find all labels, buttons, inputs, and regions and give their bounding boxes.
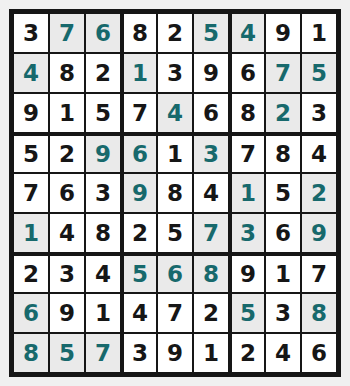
cell-r4c9[interactable]: 4 (301, 133, 337, 173)
cell-r7c6[interactable]: 8 (193, 253, 229, 293)
cell-r7c9[interactable]: 7 (301, 253, 337, 293)
cell-r5c1[interactable]: 7 (13, 173, 49, 213)
cell-r9c9[interactable]: 6 (301, 333, 337, 373)
cell-r6c7[interactable]: 3 (229, 213, 265, 253)
cell-r5c5[interactable]: 8 (157, 173, 193, 213)
cell-r8c4[interactable]: 4 (121, 293, 157, 333)
cell-r5c6[interactable]: 4 (193, 173, 229, 213)
cell-r7c1[interactable]: 2 (13, 253, 49, 293)
cell-r9c6[interactable]: 1 (193, 333, 229, 373)
cell-r9c2[interactable]: 5 (49, 333, 85, 373)
cell-r3c8[interactable]: 2 (265, 93, 301, 133)
cell-r3c5[interactable]: 4 (157, 93, 193, 133)
cell-r9c7[interactable]: 2 (229, 333, 265, 373)
cell-r6c1[interactable]: 1 (13, 213, 49, 253)
cell-r4c8[interactable]: 8 (265, 133, 301, 173)
cell-r8c9[interactable]: 8 (301, 293, 337, 333)
cell-r5c3[interactable]: 3 (85, 173, 121, 213)
cell-r8c6[interactable]: 2 (193, 293, 229, 333)
cell-r6c9[interactable]: 9 (301, 213, 337, 253)
cell-r7c8[interactable]: 1 (265, 253, 301, 293)
cell-r4c5[interactable]: 1 (157, 133, 193, 173)
cell-r1c9[interactable]: 1 (301, 13, 337, 53)
cell-r5c8[interactable]: 5 (265, 173, 301, 213)
cell-r1c5[interactable]: 2 (157, 13, 193, 53)
cell-r5c7[interactable]: 1 (229, 173, 265, 213)
cell-r4c4[interactable]: 6 (121, 133, 157, 173)
cell-r1c2[interactable]: 7 (49, 13, 85, 53)
cell-r9c4[interactable]: 3 (121, 333, 157, 373)
cell-r3c1[interactable]: 9 (13, 93, 49, 133)
cell-r1c6[interactable]: 5 (193, 13, 229, 53)
cell-r5c4[interactable]: 9 (121, 173, 157, 213)
cell-r2c9[interactable]: 5 (301, 53, 337, 93)
cell-r2c1[interactable]: 4 (13, 53, 49, 93)
cell-r8c8[interactable]: 3 (265, 293, 301, 333)
cell-r1c3[interactable]: 6 (85, 13, 121, 53)
cell-r4c2[interactable]: 2 (49, 133, 85, 173)
cell-r6c3[interactable]: 8 (85, 213, 121, 253)
cell-r2c6[interactable]: 9 (193, 53, 229, 93)
cell-r9c5[interactable]: 9 (157, 333, 193, 373)
cell-r2c5[interactable]: 3 (157, 53, 193, 93)
cell-r7c5[interactable]: 6 (157, 253, 193, 293)
cell-r3c6[interactable]: 6 (193, 93, 229, 133)
cell-r3c3[interactable]: 5 (85, 93, 121, 133)
sudoku-board: 3768254914821396759157468235296137847639… (9, 9, 341, 377)
cell-r1c8[interactable]: 9 (265, 13, 301, 53)
cell-r2c8[interactable]: 7 (265, 53, 301, 93)
cell-r4c1[interactable]: 5 (13, 133, 49, 173)
cell-r4c6[interactable]: 3 (193, 133, 229, 173)
cell-r8c1[interactable]: 6 (13, 293, 49, 333)
cell-r2c4[interactable]: 1 (121, 53, 157, 93)
cell-r9c8[interactable]: 4 (265, 333, 301, 373)
cell-r7c4[interactable]: 5 (121, 253, 157, 293)
cell-r6c5[interactable]: 5 (157, 213, 193, 253)
cell-r6c8[interactable]: 6 (265, 213, 301, 253)
cell-r3c4[interactable]: 7 (121, 93, 157, 133)
cell-r4c3[interactable]: 9 (85, 133, 121, 173)
cell-r3c9[interactable]: 3 (301, 93, 337, 133)
cell-r1c4[interactable]: 8 (121, 13, 157, 53)
cell-r2c2[interactable]: 8 (49, 53, 85, 93)
cell-r7c7[interactable]: 9 (229, 253, 265, 293)
cell-r2c3[interactable]: 2 (85, 53, 121, 93)
cell-r8c3[interactable]: 1 (85, 293, 121, 333)
cell-r6c6[interactable]: 7 (193, 213, 229, 253)
cell-r1c7[interactable]: 4 (229, 13, 265, 53)
cell-r8c7[interactable]: 5 (229, 293, 265, 333)
cell-r5c9[interactable]: 2 (301, 173, 337, 213)
cell-r6c4[interactable]: 2 (121, 213, 157, 253)
cell-r1c1[interactable]: 3 (13, 13, 49, 53)
cell-r5c2[interactable]: 6 (49, 173, 85, 213)
cell-r2c7[interactable]: 6 (229, 53, 265, 93)
cell-r7c3[interactable]: 4 (85, 253, 121, 293)
cell-r4c7[interactable]: 7 (229, 133, 265, 173)
cell-r7c2[interactable]: 3 (49, 253, 85, 293)
cell-r9c3[interactable]: 7 (85, 333, 121, 373)
cell-r3c7[interactable]: 8 (229, 93, 265, 133)
cell-r9c1[interactable]: 8 (13, 333, 49, 373)
cell-r3c2[interactable]: 1 (49, 93, 85, 133)
cell-r8c5[interactable]: 7 (157, 293, 193, 333)
cell-r8c2[interactable]: 9 (49, 293, 85, 333)
cell-r6c2[interactable]: 4 (49, 213, 85, 253)
